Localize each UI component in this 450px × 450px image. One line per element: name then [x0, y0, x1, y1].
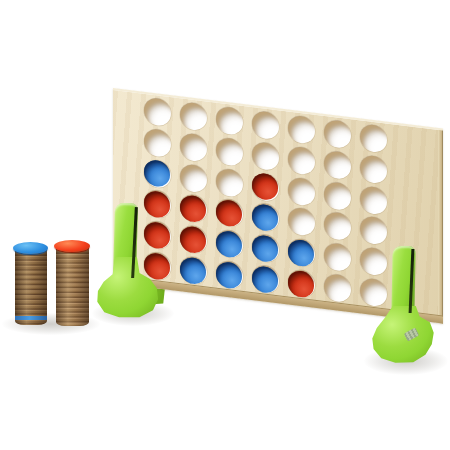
hole [216, 136, 243, 166]
blue-disc [180, 256, 206, 285]
hole [288, 207, 315, 237]
hole [252, 233, 279, 263]
hole [144, 251, 171, 281]
cell-c1-r1[interactable] [139, 94, 175, 129]
red-disc [216, 199, 242, 228]
blue-disc [252, 265, 278, 294]
red-stack-top-disc [54, 240, 90, 252]
hole [180, 132, 207, 162]
cell-c5-r5[interactable] [283, 235, 319, 270]
blue-stack-top-disc [13, 242, 48, 254]
hole [288, 176, 315, 206]
hole [216, 105, 243, 135]
hole [288, 145, 315, 175]
cell-c5-r2[interactable] [283, 143, 319, 178]
cell-c4-r4[interactable] [247, 200, 283, 235]
hole [216, 260, 243, 290]
hole [144, 97, 171, 127]
red-disc [180, 194, 206, 223]
cell-c6-r6[interactable] [319, 270, 355, 305]
hole [252, 141, 279, 171]
blue-disc [252, 234, 278, 263]
red-disc [144, 251, 170, 280]
hole [360, 185, 387, 215]
cell-c2-r2[interactable] [175, 129, 211, 164]
hole [180, 163, 207, 193]
hole [180, 224, 207, 254]
cell-c1-r5[interactable] [139, 218, 175, 253]
hole [144, 189, 171, 219]
cell-c7-r2[interactable] [355, 152, 391, 187]
hole [324, 242, 351, 272]
cell-c1-r3[interactable] [139, 156, 175, 191]
cell-c1-r2[interactable] [139, 125, 175, 160]
hole [324, 150, 351, 180]
hole [324, 273, 351, 303]
hole [252, 202, 279, 232]
hole [360, 154, 387, 184]
hole [324, 180, 351, 210]
hole [360, 246, 387, 276]
cell-c2-r3[interactable] [175, 160, 211, 195]
hole [180, 194, 207, 224]
hole [288, 268, 315, 298]
red-disc [144, 190, 170, 219]
red-stack-wood-discs [56, 246, 89, 326]
blue-stack-wood-discs [15, 248, 47, 325]
hole [180, 101, 207, 131]
hole [144, 127, 171, 157]
hole [252, 110, 279, 140]
hole [252, 172, 279, 202]
cell-c4-r1[interactable] [247, 107, 283, 142]
cell-c7-r4[interactable] [355, 213, 391, 248]
cell-c1-r4[interactable] [139, 187, 175, 222]
cell-c6-r2[interactable] [319, 147, 355, 182]
cell-c2-r6[interactable] [175, 253, 211, 288]
cell-c5-r6[interactable] [283, 266, 319, 301]
cell-c2-r4[interactable] [175, 191, 211, 226]
blue-disc [144, 159, 170, 188]
cell-c4-r5[interactable] [247, 231, 283, 266]
hole [288, 238, 315, 268]
hole [216, 198, 243, 228]
blue-disc [252, 203, 278, 232]
cell-c3-r3[interactable] [211, 165, 247, 200]
cell-c6-r3[interactable] [319, 178, 355, 213]
cell-c7-r3[interactable] [355, 182, 391, 217]
cell-c4-r2[interactable] [247, 138, 283, 173]
hole [324, 211, 351, 241]
hole [324, 119, 351, 149]
hole [360, 216, 387, 246]
hole [144, 220, 171, 250]
blue-disc [288, 238, 314, 267]
cell-c2-r1[interactable] [175, 99, 211, 134]
hole [360, 277, 387, 307]
cell-c4-r6[interactable] [247, 262, 283, 297]
blue-disc-in-stack [15, 316, 47, 320]
cell-c6-r5[interactable] [319, 240, 355, 275]
blue-disc [216, 229, 242, 258]
cell-c7-r1[interactable] [355, 121, 391, 156]
cell-c3-r1[interactable] [211, 103, 247, 138]
cell-c6-r4[interactable] [319, 209, 355, 244]
connect-four-photo [0, 0, 450, 450]
hole [216, 229, 243, 259]
cell-c3-r2[interactable] [211, 134, 247, 169]
cell-c7-r6[interactable] [355, 275, 391, 310]
hole [252, 264, 279, 294]
hole [180, 255, 207, 285]
cell-c2-r5[interactable] [175, 222, 211, 257]
blue-disc-stack[interactable] [13, 242, 48, 325]
hole [288, 114, 315, 144]
board-grid [139, 94, 391, 310]
plank-right-edge [438, 130, 443, 324]
cell-c3-r6[interactable] [211, 257, 247, 292]
blue-disc [216, 260, 242, 289]
red-disc [288, 269, 314, 298]
cell-c6-r1[interactable] [319, 116, 355, 151]
cell-c4-r3[interactable] [247, 169, 283, 204]
cell-c5-r1[interactable] [283, 112, 319, 147]
cell-c7-r5[interactable] [355, 244, 391, 279]
cell-c5-r3[interactable] [283, 174, 319, 209]
cell-c3-r4[interactable] [211, 196, 247, 231]
hole [360, 123, 387, 153]
red-disc [144, 221, 170, 250]
hole [144, 158, 171, 188]
cell-c5-r4[interactable] [283, 204, 319, 239]
red-disc [252, 172, 278, 201]
cell-c3-r5[interactable] [211, 226, 247, 261]
red-disc-stack[interactable] [54, 240, 90, 326]
red-disc [180, 225, 206, 254]
hole [216, 167, 243, 197]
